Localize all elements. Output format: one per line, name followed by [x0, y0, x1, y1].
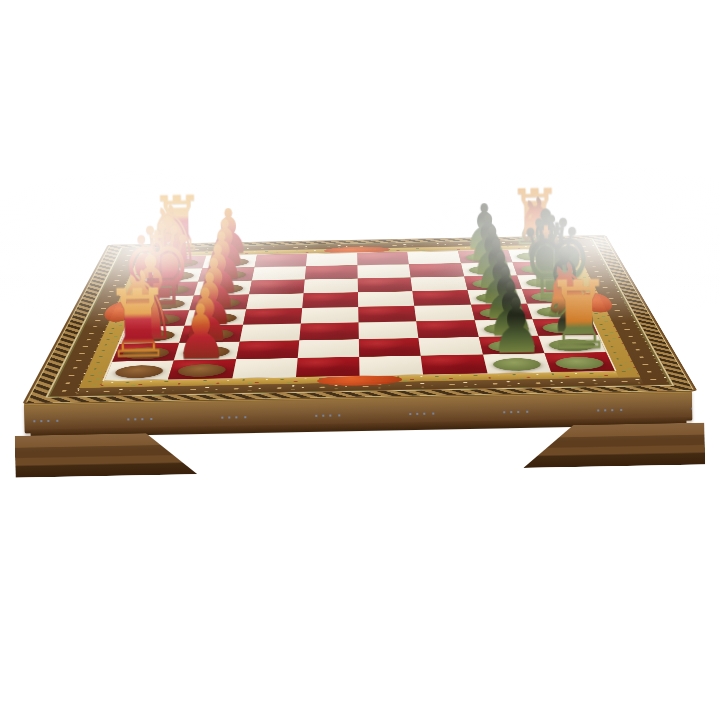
square-b3[interactable]	[252, 266, 306, 280]
square-b4[interactable]	[305, 265, 358, 279]
square-f3[interactable]	[239, 324, 300, 342]
square-g6[interactable]	[419, 337, 483, 356]
square-h1[interactable]: ♜	[104, 360, 174, 380]
square-h2[interactable]: ♟	[168, 359, 236, 379]
square-e3[interactable]	[243, 308, 302, 325]
square-e4[interactable]	[301, 307, 359, 324]
square-a6[interactable]	[407, 251, 460, 264]
square-c3[interactable]	[249, 279, 305, 294]
square-a5[interactable]	[357, 252, 409, 265]
square-b5[interactable]	[357, 264, 410, 278]
piece-green-rook-h8[interactable]: ♜	[535, 268, 622, 365]
square-g5[interactable]	[359, 338, 421, 357]
square-f4[interactable]	[299, 323, 359, 341]
square-c6[interactable]	[411, 276, 467, 291]
square-h8[interactable]: ♜	[544, 352, 614, 372]
square-h3[interactable]	[232, 358, 297, 378]
board-right-foot	[523, 422, 706, 467]
square-f5[interactable]	[359, 321, 419, 339]
piece-red-pawn-h2[interactable]: ♟	[166, 294, 236, 371]
board-left-foot	[15, 432, 198, 477]
square-e6[interactable]	[414, 305, 474, 322]
square-g4[interactable]	[297, 339, 359, 358]
square-h6[interactable]	[421, 354, 487, 374]
square-f6[interactable]	[416, 320, 478, 338]
product-photo-stage: ♜♟♟♜♞♟♟♞♝♟♟♝♛♟♟♛♚♟♟♚♝♟♟♝♞♟♟♞♜♟♟♜	[0, 0, 720, 720]
board-plane: ♜♟♟♜♞♟♟♞♝♟♟♝♛♟♟♛♚♟♟♚♝♟♟♝♞♟♟♞♜♟♟♜	[22, 235, 698, 404]
square-a4[interactable]	[306, 253, 358, 266]
square-e5[interactable]	[358, 306, 416, 323]
board-tilt-wrapper: ♜♟♟♜♞♟♟♞♝♟♟♝♛♟♟♛♚♟♟♚♝♟♟♝♞♟♟♞♜♟♟♜	[0, 0, 720, 720]
